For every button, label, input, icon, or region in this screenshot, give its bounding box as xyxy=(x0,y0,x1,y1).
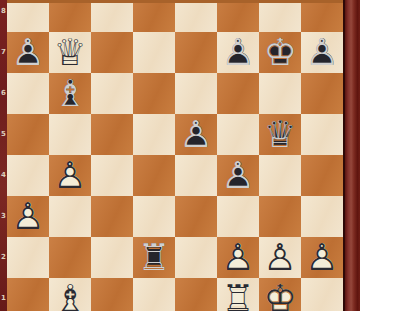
piece-white-rook: ♜♖ xyxy=(217,278,259,311)
piece-white-pawn: ♟♙ xyxy=(259,237,301,278)
square-e6[interactable] xyxy=(175,73,217,114)
square-a4[interactable] xyxy=(7,155,49,196)
piece-black-king: ♚♔ xyxy=(259,32,301,73)
piece-black-pawn: ♟♙ xyxy=(301,32,343,73)
white-pawn-outline-layer: ♙ xyxy=(7,196,49,237)
square-e3[interactable] xyxy=(175,196,217,237)
chess-board-screenshot: ♟♙♛♕♟♙♚♔♟♙♝♗♟♙♛♕♟♙♟♙♟♙♜♖♟♙♟♙♟♙♝♗♜♖♚♔ 876… xyxy=(0,0,414,311)
black-king-outline-layer: ♔ xyxy=(259,32,301,73)
rank-label-2: 2 xyxy=(0,253,7,262)
black-pawn-outline-layer: ♙ xyxy=(7,32,49,73)
rank-label-6: 6 xyxy=(0,89,7,98)
rank-label-8: 8 xyxy=(0,7,7,16)
square-c7[interactable] xyxy=(91,32,133,73)
square-f4[interactable]: ♟♙ xyxy=(217,155,259,196)
square-d1[interactable] xyxy=(133,278,175,311)
square-c6[interactable] xyxy=(91,73,133,114)
square-g3[interactable] xyxy=(259,196,301,237)
rank-label-4: 4 xyxy=(0,171,7,180)
square-d6[interactable] xyxy=(133,73,175,114)
square-c2[interactable] xyxy=(91,237,133,278)
piece-black-pawn: ♟♙ xyxy=(175,114,217,155)
white-bishop-outline-layer: ♗ xyxy=(49,278,91,311)
black-rook-outline-layer: ♖ xyxy=(133,237,175,278)
square-g4[interactable] xyxy=(259,155,301,196)
piece-white-king: ♚♔ xyxy=(259,278,301,311)
square-h4[interactable] xyxy=(301,155,343,196)
square-d8[interactable] xyxy=(133,0,175,32)
white-queen-outline-layer: ♕ xyxy=(49,32,91,73)
square-a8[interactable] xyxy=(7,0,49,32)
square-g2[interactable]: ♟♙ xyxy=(259,237,301,278)
square-g1[interactable]: ♚♔ xyxy=(259,278,301,311)
white-rook-outline-layer: ♖ xyxy=(217,278,259,311)
black-queen-outline-layer: ♕ xyxy=(259,114,301,155)
black-pawn-outline-layer: ♙ xyxy=(301,32,343,73)
white-pawn-outline-layer: ♙ xyxy=(301,237,343,278)
square-h6[interactable] xyxy=(301,73,343,114)
piece-white-pawn: ♟♙ xyxy=(217,237,259,278)
square-c1[interactable] xyxy=(91,278,133,311)
rank-label-7: 7 xyxy=(0,48,7,57)
black-pawn-outline-layer: ♙ xyxy=(217,155,259,196)
square-b3[interactable] xyxy=(49,196,91,237)
square-d7[interactable] xyxy=(133,32,175,73)
board-right-wood-border xyxy=(343,0,360,311)
black-pawn-outline-layer: ♙ xyxy=(175,114,217,155)
white-pawn-outline-layer: ♙ xyxy=(217,237,259,278)
square-d2[interactable]: ♜♖ xyxy=(133,237,175,278)
piece-white-queen: ♛♕ xyxy=(49,32,91,73)
piece-white-pawn: ♟♙ xyxy=(301,237,343,278)
square-a6[interactable] xyxy=(7,73,49,114)
square-b7[interactable]: ♛♕ xyxy=(49,32,91,73)
square-a3[interactable]: ♟♙ xyxy=(7,196,49,237)
rank-coordinate-border: 87654321 xyxy=(0,0,7,311)
square-g8[interactable] xyxy=(259,0,301,32)
square-a5[interactable] xyxy=(7,114,49,155)
board-grid: ♟♙♛♕♟♙♚♔♟♙♝♗♟♙♛♕♟♙♟♙♟♙♜♖♟♙♟♙♟♙♝♗♜♖♚♔ xyxy=(7,0,343,311)
square-e1[interactable] xyxy=(175,278,217,311)
square-d4[interactable] xyxy=(133,155,175,196)
square-b5[interactable] xyxy=(49,114,91,155)
square-c8[interactable] xyxy=(91,0,133,32)
square-a2[interactable] xyxy=(7,237,49,278)
rank-label-1: 1 xyxy=(0,294,7,303)
square-a7[interactable]: ♟♙ xyxy=(7,32,49,73)
square-g5[interactable]: ♛♕ xyxy=(259,114,301,155)
piece-white-pawn: ♟♙ xyxy=(7,196,49,237)
white-king-outline-layer: ♔ xyxy=(259,278,301,311)
square-e2[interactable] xyxy=(175,237,217,278)
square-b4[interactable]: ♟♙ xyxy=(49,155,91,196)
square-c5[interactable] xyxy=(91,114,133,155)
square-e7[interactable] xyxy=(175,32,217,73)
square-c4[interactable] xyxy=(91,155,133,196)
square-h8[interactable] xyxy=(301,0,343,32)
square-f5[interactable] xyxy=(217,114,259,155)
rank-label-5: 5 xyxy=(0,130,7,139)
piece-black-pawn: ♟♙ xyxy=(217,32,259,73)
square-h2[interactable]: ♟♙ xyxy=(301,237,343,278)
square-e4[interactable] xyxy=(175,155,217,196)
square-h3[interactable] xyxy=(301,196,343,237)
square-f8[interactable] xyxy=(217,0,259,32)
white-pawn-outline-layer: ♙ xyxy=(259,237,301,278)
square-b1[interactable]: ♝♗ xyxy=(49,278,91,311)
board-top-edge xyxy=(7,0,343,3)
black-pawn-outline-layer: ♙ xyxy=(217,32,259,73)
square-g6[interactable] xyxy=(259,73,301,114)
square-b6[interactable]: ♝♗ xyxy=(49,73,91,114)
square-f1[interactable]: ♜♖ xyxy=(217,278,259,311)
piece-black-queen: ♛♕ xyxy=(259,114,301,155)
square-h5[interactable] xyxy=(301,114,343,155)
square-e8[interactable] xyxy=(175,0,217,32)
square-f7[interactable]: ♟♙ xyxy=(217,32,259,73)
piece-black-pawn: ♟♙ xyxy=(217,155,259,196)
rank-label-3: 3 xyxy=(0,212,7,221)
square-b8[interactable] xyxy=(49,0,91,32)
square-d5[interactable] xyxy=(133,114,175,155)
square-d3[interactable] xyxy=(133,196,175,237)
square-g7[interactable]: ♚♔ xyxy=(259,32,301,73)
square-h1[interactable] xyxy=(301,278,343,311)
square-h7[interactable]: ♟♙ xyxy=(301,32,343,73)
square-b2[interactable] xyxy=(49,237,91,278)
piece-white-pawn: ♟♙ xyxy=(49,155,91,196)
white-pawn-outline-layer: ♙ xyxy=(49,155,91,196)
square-f6[interactable] xyxy=(217,73,259,114)
black-bishop-outline-layer: ♗ xyxy=(49,73,91,114)
piece-white-bishop: ♝♗ xyxy=(49,278,91,311)
piece-black-rook: ♜♖ xyxy=(133,237,175,278)
square-f3[interactable] xyxy=(217,196,259,237)
square-e5[interactable]: ♟♙ xyxy=(175,114,217,155)
square-c3[interactable] xyxy=(91,196,133,237)
piece-black-pawn: ♟♙ xyxy=(7,32,49,73)
piece-black-bishop: ♝♗ xyxy=(49,73,91,114)
square-f2[interactable]: ♟♙ xyxy=(217,237,259,278)
square-a1[interactable] xyxy=(7,278,49,311)
